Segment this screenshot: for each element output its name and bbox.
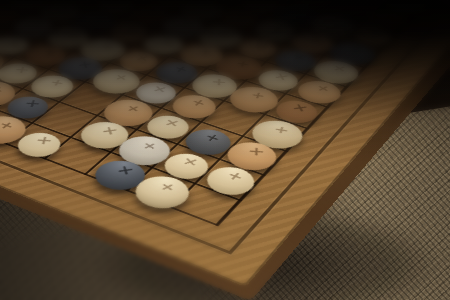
scene: ●×●+●×●+●×●+●×●+●×●+●×●+●×●+●×●+●×●+●×●+… (0, 0, 450, 300)
vignette-frame (0, 0, 450, 300)
